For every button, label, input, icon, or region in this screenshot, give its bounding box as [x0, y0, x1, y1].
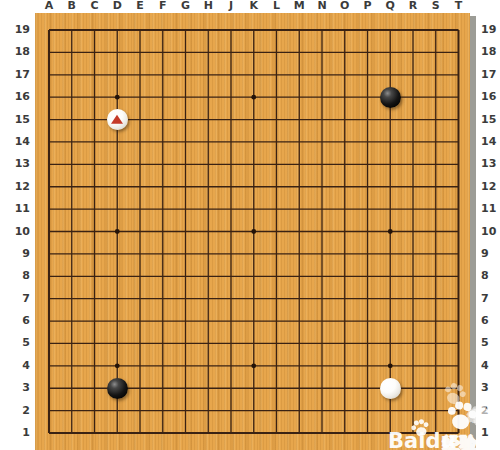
row-label-left: 6 [2, 314, 30, 328]
column-label: E [130, 0, 150, 12]
row-label-left: 5 [2, 336, 30, 350]
row-label-right: 19 [481, 23, 500, 37]
row-label-left: 11 [2, 202, 30, 216]
go-board-diagram: ABCDEFGHJKLMNOPQRST 19181716151413121110… [0, 0, 500, 450]
star-point [388, 363, 393, 368]
row-label-right: 13 [481, 157, 500, 171]
column-label: S [426, 0, 446, 12]
row-label-left: 17 [2, 68, 30, 82]
column-label: H [198, 0, 218, 12]
row-label-left: 4 [2, 359, 30, 373]
white-stone-D15[interactable] [107, 109, 128, 130]
column-label: T [449, 0, 469, 12]
column-label: P [358, 0, 378, 12]
row-label-left: 8 [2, 269, 30, 283]
row-label-left: 3 [2, 381, 30, 395]
triangle-marker-icon [111, 114, 123, 123]
row-label-right: 2 [481, 404, 500, 418]
row-label-right: 4 [481, 359, 500, 373]
black-stone-Q16[interactable] [380, 87, 401, 108]
star-point [251, 229, 256, 234]
row-label-left: 9 [2, 247, 30, 261]
row-label-left: 18 [2, 45, 30, 59]
row-label-left: 15 [2, 113, 30, 127]
column-label: O [335, 0, 355, 12]
column-label: A [39, 0, 59, 12]
row-label-left: 14 [2, 135, 30, 149]
row-label-right: 12 [481, 180, 500, 194]
column-label: F [153, 0, 173, 12]
column-label: G [176, 0, 196, 12]
row-label-left: 10 [2, 225, 30, 239]
column-label: L [267, 0, 287, 12]
row-label-right: 11 [481, 202, 500, 216]
row-label-left: 12 [2, 180, 30, 194]
star-point [115, 229, 120, 234]
column-label: Q [380, 0, 400, 12]
row-label-right: 8 [481, 269, 500, 283]
row-label-right: 17 [481, 68, 500, 82]
row-label-right: 7 [481, 292, 500, 306]
row-label-right: 5 [481, 336, 500, 350]
column-label: C [85, 0, 105, 12]
column-label: N [312, 0, 332, 12]
row-label-right: 9 [481, 247, 500, 261]
row-label-left: 7 [2, 292, 30, 306]
row-label-right: 18 [481, 45, 500, 59]
row-label-right: 3 [481, 381, 500, 395]
row-label-left: 16 [2, 90, 30, 104]
column-label: D [107, 0, 127, 12]
row-label-right: 10 [481, 225, 500, 239]
white-stone-Q3[interactable] [380, 378, 401, 399]
column-label: B [62, 0, 82, 12]
column-label: K [244, 0, 264, 12]
row-label-right: 14 [481, 135, 500, 149]
column-label: R [403, 0, 423, 12]
row-label-right: 16 [481, 90, 500, 104]
row-label-left: 13 [2, 157, 30, 171]
column-label: M [289, 0, 309, 12]
star-point [115, 363, 120, 368]
star-point [251, 363, 256, 368]
row-label-right: 6 [481, 314, 500, 328]
column-label: J [221, 0, 241, 12]
row-label-left: 2 [2, 404, 30, 418]
star-point [115, 95, 120, 100]
board-grid [0, 0, 500, 450]
row-label-left: 1 [2, 426, 30, 440]
row-label-left: 19 [2, 23, 30, 37]
star-point [251, 95, 256, 100]
row-label-right: 15 [481, 113, 500, 127]
black-stone-D3[interactable] [107, 378, 128, 399]
star-point [388, 229, 393, 234]
row-label-right: 1 [481, 426, 500, 440]
